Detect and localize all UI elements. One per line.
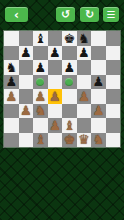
piece-P: ♟ [20, 104, 32, 117]
square-a8[interactable] [4, 31, 19, 46]
square-e7[interactable] [62, 46, 77, 61]
move-hint-dot [36, 78, 44, 86]
menu-icon: ☰ [107, 10, 116, 20]
square-f3[interactable] [77, 104, 92, 119]
piece-p: ♟ [63, 61, 75, 74]
square-d5[interactable] [48, 75, 63, 90]
square-g2[interactable] [91, 118, 106, 133]
piece-N: ♞ [34, 104, 46, 117]
square-b2[interactable] [19, 118, 34, 133]
square-g8[interactable] [91, 31, 106, 46]
square-g3[interactable]: ♟ [91, 104, 106, 119]
square-c4[interactable]: ♟ [33, 89, 48, 104]
undo-icon: ↺ [61, 9, 70, 20]
square-h1[interactable] [106, 133, 121, 148]
square-c1[interactable]: ♝ [33, 133, 48, 148]
piece-P: ♟ [78, 90, 90, 103]
square-h5[interactable] [106, 75, 121, 90]
square-f1[interactable]: ♛ [77, 133, 92, 148]
piece-p: ♟ [20, 46, 32, 59]
square-h2[interactable] [106, 118, 121, 133]
square-b4[interactable] [19, 89, 34, 104]
piece-p: ♟ [92, 75, 104, 88]
square-e3[interactable] [62, 104, 77, 119]
square-g1[interactable]: ♞ [91, 133, 106, 148]
square-f4[interactable]: ♟ [77, 89, 92, 104]
square-a6[interactable]: ♞ [4, 60, 19, 75]
square-b7[interactable]: ♟ [19, 46, 34, 61]
square-f2[interactable] [77, 118, 92, 133]
square-e4[interactable] [62, 89, 77, 104]
piece-P: ♟ [92, 104, 104, 117]
square-c2[interactable] [33, 118, 48, 133]
square-h3[interactable] [106, 104, 121, 119]
square-a7[interactable] [4, 46, 19, 61]
piece-p: ♟ [34, 61, 46, 74]
menu-button[interactable]: ☰ [103, 7, 119, 22]
square-f8[interactable]: ♞ [77, 31, 92, 46]
square-a2[interactable] [4, 118, 19, 133]
square-f6[interactable] [77, 60, 92, 75]
back-icon: ‹ [14, 9, 19, 21]
square-c3[interactable]: ♞ [33, 104, 48, 119]
square-d8[interactable] [48, 31, 63, 46]
piece-P: ♟ [49, 90, 61, 103]
square-e6[interactable]: ♟ [62, 60, 77, 75]
square-b6[interactable] [19, 60, 34, 75]
square-b1[interactable] [19, 133, 34, 148]
redo-button[interactable]: ↻ [80, 7, 99, 22]
square-h8[interactable] [106, 31, 121, 46]
square-e2[interactable]: ♝ [62, 118, 77, 133]
square-a1[interactable] [4, 133, 19, 148]
square-h7[interactable] [106, 46, 121, 61]
chess-board: ♝♚♞♟♟♟♞♟♟♟♟♟♟♟♟♟♞♟♟♝♝♚♛♞ [4, 31, 120, 147]
square-e1[interactable]: ♚ [62, 133, 77, 148]
square-g5[interactable]: ♟ [91, 75, 106, 90]
back-button[interactable]: ‹ [5, 7, 28, 22]
square-b5[interactable] [19, 75, 34, 90]
square-c6[interactable]: ♟ [33, 60, 48, 75]
piece-p: ♟ [78, 46, 90, 59]
piece-P: ♟ [5, 90, 17, 103]
square-e5[interactable] [62, 75, 77, 90]
piece-Q: ♛ [78, 133, 90, 146]
square-f5[interactable] [77, 75, 92, 90]
square-d6[interactable] [48, 60, 63, 75]
piece-k: ♚ [63, 32, 75, 45]
piece-B: ♝ [63, 119, 75, 132]
piece-n: ♞ [78, 32, 90, 45]
square-d1[interactable] [48, 133, 63, 148]
piece-P: ♟ [34, 90, 46, 103]
piece-p: ♟ [49, 46, 61, 59]
piece-B: ♝ [34, 133, 46, 146]
piece-n: ♞ [5, 61, 17, 74]
piece-b: ♝ [34, 32, 46, 45]
square-d3[interactable] [48, 104, 63, 119]
square-h4[interactable] [106, 89, 121, 104]
piece-K: ♚ [63, 133, 75, 146]
move-hint-dot [65, 78, 73, 86]
square-b3[interactable]: ♟ [19, 104, 34, 119]
piece-p: ♟ [5, 75, 17, 88]
square-f7[interactable]: ♟ [77, 46, 92, 61]
square-c8[interactable]: ♝ [33, 31, 48, 46]
square-h6[interactable] [106, 60, 121, 75]
square-c5[interactable] [33, 75, 48, 90]
square-c7[interactable] [33, 46, 48, 61]
square-a4[interactable]: ♟ [4, 89, 19, 104]
square-a3[interactable] [4, 104, 19, 119]
piece-N: ♞ [92, 133, 104, 146]
square-d2[interactable]: ♟ [48, 118, 63, 133]
piece-P: ♟ [49, 119, 61, 132]
square-d7[interactable]: ♟ [48, 46, 63, 61]
square-b8[interactable] [19, 31, 34, 46]
square-d4[interactable]: ♟ [48, 89, 63, 104]
square-e8[interactable]: ♚ [62, 31, 77, 46]
square-g4[interactable] [91, 89, 106, 104]
square-g6[interactable] [91, 60, 106, 75]
undo-button[interactable]: ↺ [56, 7, 75, 22]
chess-app-screen: ‹ ↺ ↻ ☰ ♝♚♞♟♟♟♞♟♟♟♟♟♟♟♟♟♞♟♟♝♝♚♛♞ [0, 0, 124, 220]
redo-icon: ↻ [85, 9, 94, 20]
square-a5[interactable]: ♟ [4, 75, 19, 90]
square-g7[interactable] [91, 46, 106, 61]
